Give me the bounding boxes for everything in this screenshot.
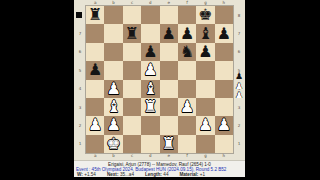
square-e4 [160, 80, 178, 98]
white-r-piece-e1: ♜ [162, 135, 176, 153]
white-b-piece-b3: ♝ [106, 98, 120, 116]
square-a3 [86, 98, 104, 116]
square-e3 [160, 98, 178, 116]
square-h1 [215, 135, 233, 153]
black-b-piece-g7: ♝ [198, 25, 212, 43]
square-f1 [178, 135, 196, 153]
rank-label-6: 6 [233, 43, 245, 61]
eval-token: W:+1.54 [77, 172, 96, 177]
rank-labels-left: 87654321 [74, 6, 86, 153]
black-p-piece-g6: ♟ [198, 43, 212, 61]
square-d8 [141, 6, 159, 24]
black-p-piece-e7: ♟ [162, 25, 176, 43]
square-b5 [104, 61, 122, 79]
square-b2: ♟ [104, 116, 122, 134]
square-d4: ♝ [141, 80, 159, 98]
square-c1 [123, 135, 141, 153]
rank-label-7: 7 [233, 24, 245, 42]
file-labels-bottom: abcdefgh [74, 153, 245, 160]
square-h7: ♟ [215, 24, 233, 42]
square-d7 [141, 24, 159, 42]
square-f6: ♞ [178, 43, 196, 61]
square-g8: ♚ [196, 6, 214, 24]
video-frame: { "game": "chess", "position": { "fen": … [0, 0, 320, 180]
black-r-piece-c7: ♜ [125, 25, 139, 43]
square-d2 [141, 116, 159, 134]
square-h8 [215, 6, 233, 24]
square-g6: ♟ [196, 43, 214, 61]
square-b7 [104, 24, 122, 42]
square-d6: ♟ [141, 43, 159, 61]
square-e6 [160, 43, 178, 61]
black-k-piece-g8: ♚ [198, 6, 212, 24]
square-g4 [196, 80, 214, 98]
rank-label-6: 6 [74, 43, 86, 61]
square-b3: ♝ [104, 98, 122, 116]
square-c8 [123, 6, 141, 24]
corner [233, 153, 245, 160]
square-a4 [86, 80, 104, 98]
square-h6 [215, 43, 233, 61]
square-f2 [178, 116, 196, 134]
square-h2: ♟ [215, 116, 233, 134]
material-token: Material:+1 [179, 172, 205, 177]
square-e2 [160, 116, 178, 134]
file-label-a: a [86, 153, 104, 160]
next-move-token: Next:35...a4 [107, 172, 134, 177]
rank-label-1: 1 [233, 135, 245, 153]
square-c2 [123, 116, 141, 134]
white-k-piece-b1: ♚ [106, 135, 120, 153]
white-p-piece-a2: ♟ [88, 116, 102, 134]
square-f8 [178, 6, 196, 24]
black-p-piece-d6: ♟ [143, 43, 157, 61]
square-a6 [86, 43, 104, 61]
square-c6 [123, 43, 141, 61]
square-a1 [86, 135, 104, 153]
square-h4 [215, 80, 233, 98]
captured-pieces-tray: ♟♟♟ [234, 72, 245, 101]
length-token: Length:44 [145, 172, 168, 177]
square-e5 [160, 61, 178, 79]
square-h3 [215, 98, 233, 116]
square-d1 [141, 135, 159, 153]
black-to-move-indicator [76, 12, 82, 18]
file-label-e: e [160, 153, 178, 160]
black-p-piece-h7: ♟ [217, 25, 231, 43]
square-a2: ♟ [86, 116, 104, 134]
rank-label-4: 4 [74, 80, 86, 98]
square-b6 [104, 43, 122, 61]
rank-label-2: 2 [74, 116, 86, 134]
file-label-b: b [104, 153, 122, 160]
square-a5: ♟ [86, 61, 104, 79]
square-e7: ♟ [160, 24, 178, 42]
square-c7: ♜ [123, 24, 141, 42]
white-p-piece-d5: ♟ [143, 61, 157, 79]
file-label-c: c [123, 153, 141, 160]
white-p-piece-g2: ♟ [198, 116, 212, 134]
rank-label-1: 1 [74, 135, 86, 153]
file-label-g: g [196, 153, 214, 160]
corner [74, 153, 86, 160]
square-a7 [86, 24, 104, 42]
square-a8: ♜ [86, 6, 104, 24]
square-g1 [196, 135, 214, 153]
black-p-piece-a5: ♟ [88, 61, 102, 79]
white-b-piece-d4: ♝ [143, 80, 157, 98]
white-captured-pawn-icon: ♟ [235, 91, 243, 101]
chess-board: ♜♚♜♟♟♝♟♟♞♟♟♟♟♝♝♜♟♟♟♟♟♚♜ [86, 6, 233, 153]
square-g3 [196, 98, 214, 116]
white-p-piece-f3: ♟ [180, 98, 194, 116]
status-line: W:+1.54 Next:35...a4 Length:44 Material:… [74, 172, 245, 177]
chess-diagram-frame: abcdefgh 87654321 ♜♚♜♟♟♝♟♟♞♟♟♟♟♝♝♜♟♟♟♟♟♚… [74, 0, 245, 176]
white-r-piece-d3: ♜ [143, 98, 157, 116]
black-r-piece-a8: ♜ [88, 6, 102, 24]
black-n-piece-f6: ♞ [180, 43, 194, 61]
rank-label-8: 8 [233, 6, 245, 24]
white-p-piece-b2: ♟ [106, 116, 120, 134]
square-c3 [123, 98, 141, 116]
square-g5 [196, 61, 214, 79]
square-g7: ♝ [196, 24, 214, 42]
game-info-panel: Erigaisi, Arjun (2778) -- Mamedov, Rauf … [74, 160, 245, 177]
black-p-piece-f7: ♟ [180, 25, 194, 43]
square-b1: ♚ [104, 135, 122, 153]
square-f4 [178, 80, 196, 98]
rank-label-3: 3 [74, 98, 86, 116]
square-h5 [215, 61, 233, 79]
square-d3: ♜ [141, 98, 159, 116]
white-p-piece-b4: ♟ [106, 80, 120, 98]
rank-label-7: 7 [74, 24, 86, 42]
square-d5: ♟ [141, 61, 159, 79]
square-e1: ♜ [160, 135, 178, 153]
square-f7: ♟ [178, 24, 196, 42]
square-b4: ♟ [104, 80, 122, 98]
rank-label-3: 3 [233, 98, 245, 116]
rank-label-2: 2 [233, 116, 245, 134]
square-b8 [104, 6, 122, 24]
file-label-d: d [141, 153, 159, 160]
square-c4 [123, 80, 141, 98]
square-f5 [178, 61, 196, 79]
rank-label-5: 5 [74, 61, 86, 79]
square-f3: ♟ [178, 98, 196, 116]
square-g2: ♟ [196, 116, 214, 134]
square-c5 [123, 61, 141, 79]
white-p-piece-h2: ♟ [217, 116, 231, 134]
file-label-f: f [178, 153, 196, 160]
square-e8 [160, 6, 178, 24]
file-label-h: h [215, 153, 233, 160]
